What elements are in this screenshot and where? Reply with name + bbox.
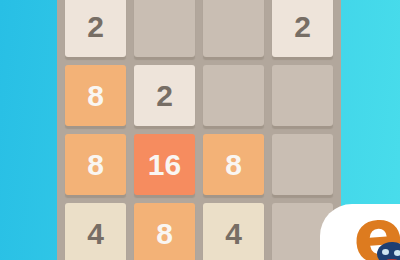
tile-2: 2 bbox=[272, 0, 333, 57]
game-screen: 22828168484 e bbox=[0, 0, 400, 260]
tile-8: 8 bbox=[134, 203, 195, 260]
cat-mascot-icon bbox=[377, 242, 400, 260]
tile-4: 4 bbox=[65, 203, 126, 260]
tile-8: 8 bbox=[65, 65, 126, 126]
empty-cell bbox=[272, 134, 333, 195]
empty-cell bbox=[203, 65, 264, 126]
tile-2: 2 bbox=[65, 0, 126, 57]
empty-cell bbox=[203, 0, 264, 57]
tile-2: 2 bbox=[134, 65, 195, 126]
empty-cell bbox=[272, 65, 333, 126]
2048-board[interactable]: 22828168484 bbox=[57, 0, 341, 260]
tile-8: 8 bbox=[65, 134, 126, 195]
app-logo: e bbox=[320, 204, 400, 260]
tile-4: 4 bbox=[203, 203, 264, 260]
tile-16: 16 bbox=[134, 134, 195, 195]
empty-cell bbox=[134, 0, 195, 57]
tile-8: 8 bbox=[203, 134, 264, 195]
